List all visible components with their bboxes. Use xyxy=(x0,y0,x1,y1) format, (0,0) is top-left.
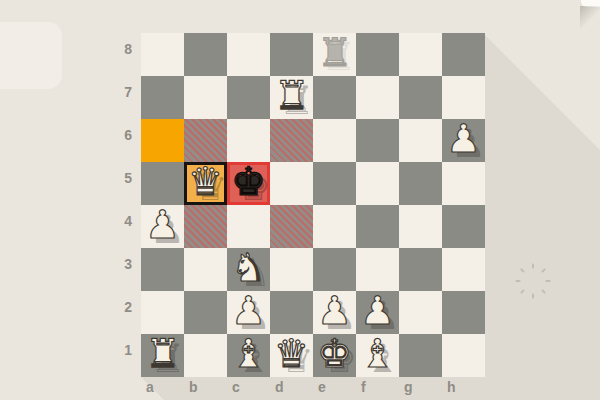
spinner-dash xyxy=(532,294,534,299)
square-b2[interactable] xyxy=(184,291,227,334)
rank-label-4: 4 xyxy=(0,199,132,242)
square-a3[interactable] xyxy=(141,248,184,291)
square-a6[interactable] xyxy=(141,119,184,162)
rank-label-2: 2 xyxy=(0,285,132,328)
square-a2[interactable] xyxy=(141,291,184,334)
file-label-g: g xyxy=(399,379,442,395)
piece-black-king[interactable]: ♚ xyxy=(231,162,266,201)
spinner-dash xyxy=(520,289,525,294)
square-h3[interactable] xyxy=(442,248,485,291)
piece-white-rook[interactable]: ♜ xyxy=(274,76,309,115)
piece-white-pawn[interactable]: ♟ xyxy=(145,205,180,244)
square-f4[interactable] xyxy=(356,205,399,248)
square-d6[interactable] xyxy=(270,119,313,162)
piece-white-king[interactable]: ♚ xyxy=(317,334,352,373)
square-b3[interactable] xyxy=(184,248,227,291)
square-f2[interactable]: ♟ xyxy=(356,291,399,334)
piece-white-pawn[interactable]: ♟ xyxy=(446,119,481,158)
square-d1[interactable]: ♛ xyxy=(270,334,313,377)
square-e1[interactable]: ♚ xyxy=(313,334,356,377)
square-e8[interactable]: ♜ xyxy=(313,33,356,76)
spinner-dash xyxy=(546,280,551,282)
piece-white-queen[interactable]: ♛ xyxy=(188,162,223,201)
piece-white-pawn[interactable]: ♟ xyxy=(231,291,266,330)
square-c4[interactable] xyxy=(227,205,270,248)
square-h8[interactable] xyxy=(442,33,485,76)
square-h5[interactable] xyxy=(442,162,485,205)
square-b7[interactable] xyxy=(184,76,227,119)
spinner-dash xyxy=(516,280,521,282)
square-d7[interactable]: ♜ xyxy=(270,76,313,119)
piece-white-pawn[interactable]: ♟ xyxy=(317,291,352,330)
square-c2[interactable]: ♟ xyxy=(227,291,270,334)
square-d5[interactable] xyxy=(270,162,313,205)
square-f5[interactable] xyxy=(356,162,399,205)
square-g8[interactable] xyxy=(399,33,442,76)
square-e3[interactable] xyxy=(313,248,356,291)
file-label-b: b xyxy=(184,379,227,395)
top-right-card-shadow xyxy=(580,6,600,32)
square-d4[interactable] xyxy=(270,205,313,248)
square-c3[interactable]: ♞ xyxy=(227,248,270,291)
piece-white-rook[interactable]: ♜ xyxy=(145,334,180,373)
square-b1[interactable] xyxy=(184,334,227,377)
piece-ghost-rook[interactable]: ♜ xyxy=(317,33,352,72)
rank-label-3: 3 xyxy=(0,242,132,285)
piece-white-pawn[interactable]: ♟ xyxy=(360,291,395,330)
square-b4[interactable] xyxy=(184,205,227,248)
square-e2[interactable]: ♟ xyxy=(313,291,356,334)
file-label-e: e xyxy=(313,379,356,395)
piece-white-queen[interactable]: ♛ xyxy=(274,334,309,373)
rank-labels: 87654321 xyxy=(0,33,132,377)
spinner-dash xyxy=(541,268,546,273)
file-label-h: h xyxy=(442,379,485,395)
square-f6[interactable] xyxy=(356,119,399,162)
square-h6[interactable]: ♟ xyxy=(442,119,485,162)
square-b8[interactable] xyxy=(184,33,227,76)
square-c6[interactable] xyxy=(227,119,270,162)
square-g6[interactable] xyxy=(399,119,442,162)
square-c1[interactable]: ♝ xyxy=(227,334,270,377)
square-g1[interactable] xyxy=(399,334,442,377)
loading-spinner xyxy=(513,261,553,301)
square-f1[interactable]: ♝ xyxy=(356,334,399,377)
piece-white-bishop[interactable]: ♝ xyxy=(231,334,266,373)
square-h2[interactable] xyxy=(442,291,485,334)
square-e7[interactable] xyxy=(313,76,356,119)
square-c8[interactable] xyxy=(227,33,270,76)
square-d8[interactable] xyxy=(270,33,313,76)
square-e4[interactable] xyxy=(313,205,356,248)
square-a1[interactable]: ♜ xyxy=(141,334,184,377)
file-label-d: d xyxy=(270,379,313,395)
square-h7[interactable] xyxy=(442,76,485,119)
square-a4[interactable]: ♟ xyxy=(141,205,184,248)
chess-board[interactable]: ♜♜♟♛♚♟♞♟♟♟♜♝♛♚♝ xyxy=(141,33,485,377)
square-a7[interactable] xyxy=(141,76,184,119)
spinner-dash xyxy=(532,264,534,269)
piece-white-knight[interactable]: ♞ xyxy=(231,248,266,287)
rank-label-1: 1 xyxy=(0,328,132,371)
square-b6[interactable] xyxy=(184,119,227,162)
square-b5[interactable]: ♛ xyxy=(184,162,227,205)
square-e5[interactable] xyxy=(313,162,356,205)
square-c7[interactable] xyxy=(227,76,270,119)
square-h1[interactable] xyxy=(442,334,485,377)
spinner-dash xyxy=(520,268,525,273)
square-e6[interactable] xyxy=(313,119,356,162)
square-f7[interactable] xyxy=(356,76,399,119)
file-label-c: c xyxy=(227,379,270,395)
square-g4[interactable] xyxy=(399,205,442,248)
file-label-a: a xyxy=(141,379,184,395)
rank-label-7: 7 xyxy=(0,70,132,113)
file-label-f: f xyxy=(356,379,399,395)
square-g5[interactable] xyxy=(399,162,442,205)
square-f8[interactable] xyxy=(356,33,399,76)
square-d2[interactable] xyxy=(270,291,313,334)
square-d3[interactable] xyxy=(270,248,313,291)
square-a5[interactable] xyxy=(141,162,184,205)
square-a8[interactable] xyxy=(141,33,184,76)
rank-label-6: 6 xyxy=(0,113,132,156)
file-labels: abcdefgh xyxy=(141,379,485,395)
square-g2[interactable] xyxy=(399,291,442,334)
piece-white-bishop[interactable]: ♝ xyxy=(360,334,395,373)
square-f3[interactable] xyxy=(356,248,399,291)
rank-label-8: 8 xyxy=(0,27,132,70)
square-g3[interactable] xyxy=(399,248,442,291)
spinner-dash xyxy=(541,289,546,294)
rank-label-5: 5 xyxy=(0,156,132,199)
square-h4[interactable] xyxy=(442,205,485,248)
square-g7[interactable] xyxy=(399,76,442,119)
square-c5[interactable]: ♚ xyxy=(227,162,270,205)
